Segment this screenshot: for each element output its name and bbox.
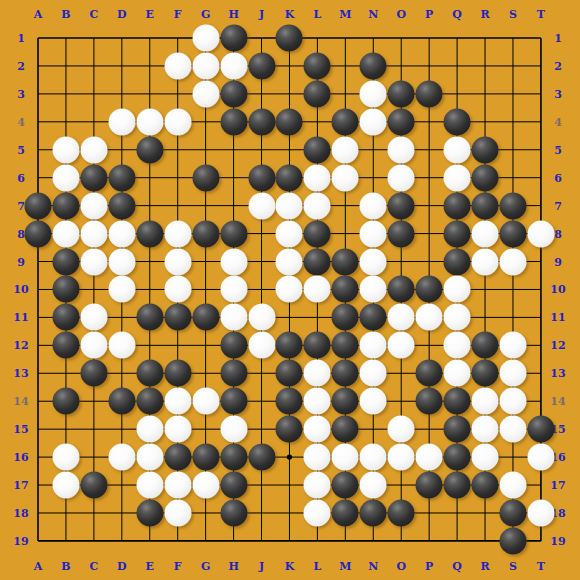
white-stone[interactable] [527,499,554,526]
row-label-right: 13 [550,368,565,379]
row-label-left: 15 [13,424,28,435]
white-stone[interactable] [164,416,191,443]
col-label-top: N [368,9,378,20]
row-label-left: 16 [13,452,28,463]
white-stone[interactable] [136,416,163,443]
black-stone[interactable] [192,444,219,471]
black-stone[interactable] [416,276,443,303]
black-stone[interactable] [444,388,471,415]
black-stone[interactable] [276,164,303,191]
white-stone[interactable] [499,416,526,443]
black-stone[interactable] [472,332,499,359]
white-stone[interactable] [52,444,79,471]
star-point [287,454,292,459]
row-label-right: 17 [550,480,565,491]
col-label-bottom: H [228,561,238,572]
black-stone[interactable] [136,360,163,387]
black-stone[interactable] [499,499,526,526]
col-label-bottom: O [396,561,406,572]
black-stone[interactable] [304,52,331,79]
black-stone[interactable] [164,360,191,387]
row-label-left: 9 [17,256,25,267]
row-label-left: 14 [13,396,28,407]
black-stone[interactable] [248,52,275,79]
white-stone[interactable] [304,444,331,471]
white-stone[interactable] [472,444,499,471]
white-stone[interactable] [444,276,471,303]
black-stone[interactable] [136,304,163,331]
white-stone[interactable] [164,499,191,526]
white-stone[interactable] [360,108,387,135]
white-stone[interactable] [164,472,191,499]
white-stone[interactable] [527,220,554,247]
white-stone[interactable] [164,108,191,135]
col-label-top: D [117,9,127,20]
white-stone[interactable] [248,332,275,359]
black-stone[interactable] [444,416,471,443]
col-label-top: M [339,9,351,20]
row-label-right: 12 [550,340,565,351]
white-stone[interactable] [276,192,303,219]
white-stone[interactable] [388,332,415,359]
white-stone[interactable] [304,192,331,219]
black-stone[interactable] [136,499,163,526]
white-stone[interactable] [276,276,303,303]
black-stone[interactable] [136,136,163,163]
white-stone[interactable] [527,444,554,471]
black-stone[interactable] [80,472,107,499]
black-stone[interactable] [276,388,303,415]
row-label-left: 3 [17,88,25,99]
white-stone[interactable] [388,304,415,331]
col-label-top: A [34,9,43,20]
black-stone[interactable] [360,52,387,79]
white-stone[interactable] [444,304,471,331]
white-stone[interactable] [472,220,499,247]
col-label-bottom: N [368,561,378,572]
black-stone[interactable] [276,108,303,135]
white-stone[interactable] [276,248,303,275]
black-stone[interactable] [332,388,359,415]
white-stone[interactable] [388,164,415,191]
black-stone[interactable] [388,276,415,303]
white-stone[interactable] [332,136,359,163]
col-label-top: Q [452,9,462,20]
black-stone[interactable] [527,416,554,443]
white-stone[interactable] [360,332,387,359]
black-stone[interactable] [332,499,359,526]
black-stone[interactable] [220,388,247,415]
black-stone[interactable] [472,192,499,219]
black-stone[interactable] [332,248,359,275]
white-stone[interactable] [164,388,191,415]
white-stone[interactable] [304,164,331,191]
col-label-bottom: D [117,561,127,572]
black-stone[interactable] [472,164,499,191]
row-label-right: 7 [554,200,562,211]
black-stone[interactable] [276,416,303,443]
black-stone[interactable] [220,444,247,471]
col-label-bottom: L [314,561,322,572]
row-label-right: 10 [550,284,565,295]
white-stone[interactable] [80,192,107,219]
col-label-top: G [201,9,210,20]
col-label-bottom: G [201,561,210,572]
col-label-bottom: B [61,561,70,572]
black-stone[interactable] [220,499,247,526]
row-label-left: 4 [17,116,25,127]
black-stone[interactable] [472,360,499,387]
white-stone[interactable] [108,248,135,275]
black-stone[interactable] [136,388,163,415]
white-stone[interactable] [108,276,135,303]
row-label-left: 12 [13,340,28,351]
white-stone[interactable] [192,80,219,107]
col-label-top: S [509,9,517,20]
white-stone[interactable] [388,444,415,471]
col-label-top: C [89,9,98,20]
black-stone[interactable] [388,108,415,135]
col-label-bottom: A [34,561,43,572]
white-stone[interactable] [499,248,526,275]
row-label-left: 1 [17,33,25,44]
black-stone[interactable] [108,388,135,415]
white-stone[interactable] [499,388,526,415]
white-stone[interactable] [80,220,107,247]
row-label-left: 6 [17,172,25,183]
col-label-top: E [146,9,154,20]
white-stone[interactable] [248,192,275,219]
black-stone[interactable] [304,80,331,107]
black-stone[interactable] [360,304,387,331]
white-stone[interactable] [164,276,191,303]
col-label-bottom: S [509,561,517,572]
black-stone[interactable] [52,304,79,331]
black-stone[interactable] [220,25,247,52]
white-stone[interactable] [164,220,191,247]
row-label-left: 11 [13,312,28,323]
black-stone[interactable] [444,444,471,471]
white-stone[interactable] [304,416,331,443]
white-stone[interactable] [248,304,275,331]
black-stone[interactable] [332,304,359,331]
row-label-left: 18 [13,507,28,518]
white-stone[interactable] [499,472,526,499]
black-stone[interactable] [220,360,247,387]
col-label-bottom: Q [452,561,462,572]
black-stone[interactable] [52,192,79,219]
col-label-bottom: E [146,561,154,572]
white-stone[interactable] [304,499,331,526]
col-label-top: B [61,9,70,20]
white-stone[interactable] [80,304,107,331]
white-stone[interactable] [304,472,331,499]
black-stone[interactable] [332,108,359,135]
black-stone[interactable] [80,360,107,387]
black-stone[interactable] [304,248,331,275]
white-stone[interactable] [360,360,387,387]
white-stone[interactable] [444,332,471,359]
black-stone[interactable] [25,192,52,219]
col-label-bottom: F [174,561,182,572]
go-board[interactable]: AABBCCDDEEFFGGHHJJKKLLMMNNOOPPQQRRSSTT11… [0,0,580,580]
white-stone[interactable] [388,136,415,163]
row-label-right: 11 [550,312,565,323]
black-stone[interactable] [52,332,79,359]
white-stone[interactable] [108,220,135,247]
black-stone[interactable] [164,304,191,331]
black-stone[interactable] [332,332,359,359]
black-stone[interactable] [304,136,331,163]
col-label-bottom: J [259,561,264,572]
white-stone[interactable] [499,360,526,387]
black-stone[interactable] [192,304,219,331]
white-stone[interactable] [388,416,415,443]
black-stone[interactable] [220,80,247,107]
black-stone[interactable] [80,164,107,191]
row-label-right: 14 [550,396,565,407]
col-label-bottom: C [89,561,98,572]
white-stone[interactable] [416,304,443,331]
col-label-top: K [285,9,295,20]
white-stone[interactable] [52,472,79,499]
white-stone[interactable] [80,248,107,275]
col-label-top: J [259,9,264,20]
white-stone[interactable] [220,304,247,331]
black-stone[interactable] [25,220,52,247]
black-stone[interactable] [108,164,135,191]
white-stone[interactable] [136,472,163,499]
white-stone[interactable] [444,164,471,191]
black-stone[interactable] [220,332,247,359]
white-stone[interactable] [220,416,247,443]
black-stone[interactable] [388,192,415,219]
black-stone[interactable] [499,192,526,219]
row-label-left: 19 [13,535,28,546]
white-stone[interactable] [192,52,219,79]
black-stone[interactable] [248,444,275,471]
white-stone[interactable] [220,52,247,79]
black-stone[interactable] [444,220,471,247]
white-stone[interactable] [220,248,247,275]
white-stone[interactable] [304,276,331,303]
black-stone[interactable] [136,220,163,247]
white-stone[interactable] [136,444,163,471]
col-label-top: H [228,9,238,20]
white-stone[interactable] [52,164,79,191]
white-stone[interactable] [360,192,387,219]
white-stone[interactable] [108,332,135,359]
row-label-right: 5 [554,144,562,155]
white-stone[interactable] [276,220,303,247]
black-stone[interactable] [276,360,303,387]
col-label-top: F [174,9,182,20]
white-stone[interactable] [416,444,443,471]
black-stone[interactable] [499,527,526,554]
row-label-right: 2 [554,60,562,71]
black-stone[interactable] [248,164,275,191]
col-label-bottom: R [480,561,489,572]
black-stone[interactable] [192,220,219,247]
black-stone[interactable] [332,276,359,303]
black-stone[interactable] [444,192,471,219]
row-label-left: 17 [13,480,28,491]
black-stone[interactable] [248,108,275,135]
black-stone[interactable] [52,388,79,415]
black-stone[interactable] [108,192,135,219]
black-stone[interactable] [416,472,443,499]
white-stone[interactable] [304,360,331,387]
white-stone[interactable] [360,248,387,275]
black-stone[interactable] [360,499,387,526]
white-stone[interactable] [472,388,499,415]
white-stone[interactable] [499,332,526,359]
white-stone[interactable] [304,388,331,415]
row-label-right: 6 [554,172,562,183]
black-stone[interactable] [304,332,331,359]
col-label-top: P [425,9,433,20]
white-stone[interactable] [472,416,499,443]
white-stone[interactable] [192,25,219,52]
black-stone[interactable] [332,416,359,443]
white-stone[interactable] [164,248,191,275]
white-stone[interactable] [360,444,387,471]
white-stone[interactable] [52,220,79,247]
white-stone[interactable] [136,108,163,135]
black-stone[interactable] [416,80,443,107]
white-stone[interactable] [444,136,471,163]
white-stone[interactable] [80,332,107,359]
black-stone[interactable] [220,220,247,247]
black-stone[interactable] [164,444,191,471]
white-stone[interactable] [360,472,387,499]
black-stone[interactable] [276,25,303,52]
white-stone[interactable] [164,52,191,79]
row-label-left: 10 [13,284,28,295]
black-stone[interactable] [472,136,499,163]
white-stone[interactable] [220,276,247,303]
black-stone[interactable] [388,220,415,247]
black-stone[interactable] [416,360,443,387]
black-stone[interactable] [388,499,415,526]
black-stone[interactable] [416,388,443,415]
white-stone[interactable] [360,80,387,107]
black-stone[interactable] [52,248,79,275]
black-stone[interactable] [332,360,359,387]
row-label-right: 19 [550,535,565,546]
col-label-top: R [480,9,489,20]
black-stone[interactable] [304,220,331,247]
row-label-right: 4 [554,116,562,127]
col-label-bottom: M [339,561,351,572]
col-label-top: O [396,9,406,20]
white-stone[interactable] [360,388,387,415]
row-label-left: 2 [17,60,25,71]
row-label-right: 3 [554,88,562,99]
col-label-bottom: P [425,561,433,572]
black-stone[interactable] [332,472,359,499]
col-label-top: L [314,9,322,20]
white-stone[interactable] [192,472,219,499]
white-stone[interactable] [332,164,359,191]
row-label-right: 9 [554,256,562,267]
black-stone[interactable] [220,108,247,135]
white-stone[interactable] [444,360,471,387]
row-label-left: 5 [17,144,25,155]
white-stone[interactable] [52,136,79,163]
white-stone[interactable] [472,248,499,275]
row-label-right: 1 [554,33,562,44]
black-stone[interactable] [388,80,415,107]
col-label-bottom: T [537,561,545,572]
black-stone[interactable] [220,472,247,499]
black-stone[interactable] [276,332,303,359]
white-stone[interactable] [360,276,387,303]
white-stone[interactable] [108,108,135,135]
row-label-right: 8 [554,228,562,239]
black-stone[interactable] [444,108,471,135]
white-stone[interactable] [192,388,219,415]
black-stone[interactable] [472,472,499,499]
row-label-left: 13 [13,368,28,379]
white-stone[interactable] [332,444,359,471]
black-stone[interactable] [499,220,526,247]
black-stone[interactable] [52,276,79,303]
black-stone[interactable] [192,164,219,191]
white-stone[interactable] [360,220,387,247]
white-stone[interactable] [80,136,107,163]
black-stone[interactable] [444,248,471,275]
white-stone[interactable] [108,444,135,471]
col-label-top: T [537,9,545,20]
black-stone[interactable] [444,472,471,499]
col-label-bottom: K [285,561,295,572]
